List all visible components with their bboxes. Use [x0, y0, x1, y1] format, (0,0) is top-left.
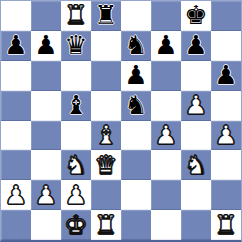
white-pawn[interactable]: ♟: [184, 92, 207, 119]
black-pawn[interactable]: ♟: [4, 32, 27, 59]
white-knight[interactable]: ♞: [64, 152, 87, 179]
square-h7[interactable]: [211, 31, 241, 61]
square-f7[interactable]: ♟: [151, 31, 181, 61]
square-g2[interactable]: [181, 180, 211, 210]
square-c1[interactable]: ♚: [61, 210, 91, 240]
white-knight[interactable]: ♞: [184, 152, 207, 179]
square-a3[interactable]: [1, 150, 31, 180]
square-f5[interactable]: [151, 91, 181, 121]
square-d8[interactable]: ♜: [91, 1, 121, 31]
black-queen[interactable]: ♛: [64, 32, 87, 59]
square-e8[interactable]: [121, 1, 151, 31]
square-h3[interactable]: [211, 150, 241, 180]
square-g6[interactable]: [181, 61, 211, 91]
white-pawn[interactable]: ♟: [4, 182, 27, 209]
white-bishop[interactable]: ♝: [94, 122, 117, 149]
square-e6[interactable]: ♟: [121, 61, 151, 91]
square-c3[interactable]: ♞: [61, 150, 91, 180]
chess-board: ♜♜♚♟♟♛♞♟♟♟♟♝♞♟♝♟♟♞♛♞♟♟♟♚♜♜: [0, 0, 242, 242]
square-e3[interactable]: [121, 150, 151, 180]
square-h8[interactable]: [211, 1, 241, 31]
square-b7[interactable]: ♟: [31, 31, 61, 61]
square-h2[interactable]: [211, 180, 241, 210]
white-queen[interactable]: ♛: [94, 152, 117, 179]
black-knight[interactable]: ♞: [124, 92, 147, 119]
square-g5[interactable]: ♟: [181, 91, 211, 121]
square-a7[interactable]: ♟: [1, 31, 31, 61]
square-g3[interactable]: ♞: [181, 150, 211, 180]
black-pawn[interactable]: ♟: [184, 32, 207, 59]
square-h4[interactable]: ♟: [211, 121, 241, 151]
square-f1[interactable]: [151, 210, 181, 240]
square-g4[interactable]: [181, 121, 211, 151]
square-h1[interactable]: ♜: [211, 210, 241, 240]
square-a2[interactable]: ♟: [1, 180, 31, 210]
square-f8[interactable]: [151, 1, 181, 31]
square-b8[interactable]: [31, 1, 61, 31]
square-a5[interactable]: [1, 91, 31, 121]
square-a4[interactable]: [1, 121, 31, 151]
square-b3[interactable]: [31, 150, 61, 180]
square-a1[interactable]: [1, 210, 31, 240]
square-d5[interactable]: [91, 91, 121, 121]
square-e5[interactable]: ♞: [121, 91, 151, 121]
black-rook[interactable]: ♜: [94, 2, 117, 29]
square-c7[interactable]: ♛: [61, 31, 91, 61]
black-bishop[interactable]: ♝: [64, 92, 87, 119]
square-h5[interactable]: [211, 91, 241, 121]
square-h6[interactable]: ♟: [211, 61, 241, 91]
square-d2[interactable]: [91, 180, 121, 210]
white-pawn[interactable]: ♟: [154, 122, 177, 149]
square-g8[interactable]: ♚: [181, 1, 211, 31]
square-c5[interactable]: ♝: [61, 91, 91, 121]
square-b1[interactable]: [31, 210, 61, 240]
white-pawn[interactable]: ♟: [64, 182, 87, 209]
square-d1[interactable]: ♜: [91, 210, 121, 240]
square-e7[interactable]: ♞: [121, 31, 151, 61]
square-c6[interactable]: [61, 61, 91, 91]
square-e2[interactable]: [121, 180, 151, 210]
square-g1[interactable]: [181, 210, 211, 240]
white-pawn[interactable]: ♟: [214, 122, 237, 149]
black-pawn[interactable]: ♟: [34, 32, 57, 59]
white-rook[interactable]: ♜: [64, 2, 87, 29]
square-g7[interactable]: ♟: [181, 31, 211, 61]
square-b6[interactable]: [31, 61, 61, 91]
square-d7[interactable]: [91, 31, 121, 61]
square-b5[interactable]: [31, 91, 61, 121]
white-king[interactable]: ♚: [64, 212, 87, 239]
white-rook[interactable]: ♜: [214, 212, 237, 239]
square-f6[interactable]: [151, 61, 181, 91]
square-d6[interactable]: [91, 61, 121, 91]
square-b2[interactable]: ♟: [31, 180, 61, 210]
square-b4[interactable]: [31, 121, 61, 151]
black-knight[interactable]: ♞: [124, 32, 147, 59]
white-rook[interactable]: ♜: [94, 212, 117, 239]
black-king[interactable]: ♚: [184, 2, 207, 29]
square-a8[interactable]: [1, 1, 31, 31]
square-f3[interactable]: [151, 150, 181, 180]
black-pawn[interactable]: ♟: [124, 62, 147, 89]
black-pawn[interactable]: ♟: [154, 32, 177, 59]
black-pawn[interactable]: ♟: [214, 62, 237, 89]
square-c4[interactable]: [61, 121, 91, 151]
square-f2[interactable]: [151, 180, 181, 210]
square-c8[interactable]: ♜: [61, 1, 91, 31]
square-a6[interactable]: [1, 61, 31, 91]
square-d4[interactable]: ♝: [91, 121, 121, 151]
square-d3[interactable]: ♛: [91, 150, 121, 180]
square-f4[interactable]: ♟: [151, 121, 181, 151]
white-pawn[interactable]: ♟: [34, 182, 57, 209]
square-c2[interactable]: ♟: [61, 180, 91, 210]
square-e1[interactable]: [121, 210, 151, 240]
square-e4[interactable]: [121, 121, 151, 151]
